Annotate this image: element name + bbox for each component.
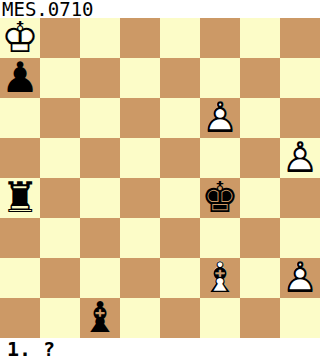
square-f6[interactable]: ♟♙ xyxy=(200,98,240,138)
square-g5[interactable] xyxy=(240,138,280,178)
square-f8[interactable] xyxy=(200,18,240,58)
square-g4[interactable] xyxy=(240,178,280,218)
square-a6[interactable] xyxy=(0,98,40,138)
white-king-icon: ♔ xyxy=(0,18,40,58)
square-d1[interactable] xyxy=(120,298,160,338)
square-c4[interactable] xyxy=(80,178,120,218)
chess-board: ♚♔♟♟♙♟♙♜♚♝♗♟♙♝ xyxy=(0,18,320,338)
square-f7[interactable] xyxy=(200,58,240,98)
square-b1[interactable] xyxy=(40,298,80,338)
black-rook-icon: ♜ xyxy=(0,178,40,218)
piece-black-pawn: ♟ xyxy=(0,58,40,98)
chess-puzzle-page: MES.0710 ♚♔♟♟♙♟♙♜♚♝♗♟♙♝ 1. ? xyxy=(0,0,320,360)
square-h6[interactable] xyxy=(280,98,320,138)
square-e3[interactable] xyxy=(160,218,200,258)
square-b6[interactable] xyxy=(40,98,80,138)
piece-white-bishop: ♝♗ xyxy=(200,258,240,298)
square-e8[interactable] xyxy=(160,18,200,58)
puzzle-id: MES.0710 xyxy=(0,0,320,18)
piece-black-bishop: ♝ xyxy=(80,298,120,338)
square-h1[interactable] xyxy=(280,298,320,338)
square-h3[interactable] xyxy=(280,218,320,258)
square-b3[interactable] xyxy=(40,218,80,258)
square-g3[interactable] xyxy=(240,218,280,258)
square-f3[interactable] xyxy=(200,218,240,258)
move-prompt: 1. ? xyxy=(0,338,320,360)
square-b5[interactable] xyxy=(40,138,80,178)
square-e5[interactable] xyxy=(160,138,200,178)
piece-white-pawn: ♟♙ xyxy=(200,98,240,138)
square-c8[interactable] xyxy=(80,18,120,58)
square-g7[interactable] xyxy=(240,58,280,98)
square-g6[interactable] xyxy=(240,98,280,138)
square-b4[interactable] xyxy=(40,178,80,218)
square-a1[interactable] xyxy=(0,298,40,338)
square-e1[interactable] xyxy=(160,298,200,338)
square-d8[interactable] xyxy=(120,18,160,58)
square-f4[interactable]: ♚ xyxy=(200,178,240,218)
square-d5[interactable] xyxy=(120,138,160,178)
square-b8[interactable] xyxy=(40,18,80,58)
square-h7[interactable] xyxy=(280,58,320,98)
square-a4[interactable]: ♜ xyxy=(0,178,40,218)
square-e4[interactable] xyxy=(160,178,200,218)
square-e7[interactable] xyxy=(160,58,200,98)
piece-black-rook: ♜ xyxy=(0,178,40,218)
square-d6[interactable] xyxy=(120,98,160,138)
square-c1[interactable]: ♝ xyxy=(80,298,120,338)
square-c2[interactable] xyxy=(80,258,120,298)
square-d7[interactable] xyxy=(120,58,160,98)
white-bishop-icon: ♗ xyxy=(200,258,240,298)
square-c7[interactable] xyxy=(80,58,120,98)
piece-white-pawn: ♟♙ xyxy=(280,138,320,178)
black-pawn-icon: ♟ xyxy=(0,58,40,98)
white-pawn-icon: ♙ xyxy=(200,98,240,138)
piece-white-pawn: ♟♙ xyxy=(280,258,320,298)
white-pawn-icon: ♙ xyxy=(280,258,320,298)
square-g2[interactable] xyxy=(240,258,280,298)
black-bishop-icon: ♝ xyxy=(80,298,120,338)
square-h4[interactable] xyxy=(280,178,320,218)
square-a7[interactable]: ♟ xyxy=(0,58,40,98)
square-f1[interactable] xyxy=(200,298,240,338)
square-c6[interactable] xyxy=(80,98,120,138)
square-d4[interactable] xyxy=(120,178,160,218)
square-f5[interactable] xyxy=(200,138,240,178)
square-b2[interactable] xyxy=(40,258,80,298)
square-a3[interactable] xyxy=(0,218,40,258)
square-d3[interactable] xyxy=(120,218,160,258)
square-a5[interactable] xyxy=(0,138,40,178)
square-h8[interactable] xyxy=(280,18,320,58)
square-g1[interactable] xyxy=(240,298,280,338)
square-e6[interactable] xyxy=(160,98,200,138)
square-g8[interactable] xyxy=(240,18,280,58)
square-b7[interactable] xyxy=(40,58,80,98)
black-king-icon: ♚ xyxy=(200,178,240,218)
square-a8[interactable]: ♚♔ xyxy=(0,18,40,58)
square-f2[interactable]: ♝♗ xyxy=(200,258,240,298)
white-pawn-icon: ♙ xyxy=(280,138,320,178)
piece-white-king: ♚♔ xyxy=(0,18,40,58)
square-d2[interactable] xyxy=(120,258,160,298)
square-a2[interactable] xyxy=(0,258,40,298)
square-c5[interactable] xyxy=(80,138,120,178)
square-h2[interactable]: ♟♙ xyxy=(280,258,320,298)
square-c3[interactable] xyxy=(80,218,120,258)
square-e2[interactable] xyxy=(160,258,200,298)
square-h5[interactable]: ♟♙ xyxy=(280,138,320,178)
piece-black-king: ♚ xyxy=(200,178,240,218)
